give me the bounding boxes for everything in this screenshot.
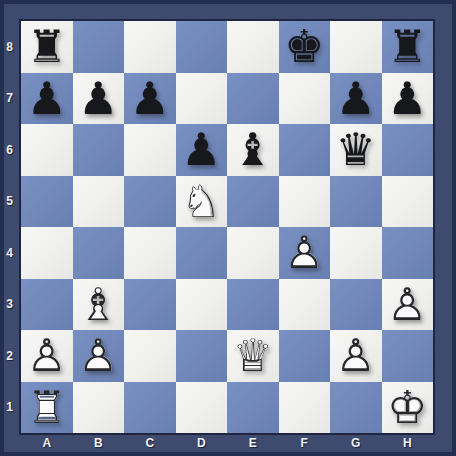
piece-white-bishop-b3[interactable]: ♝♗ xyxy=(73,279,125,331)
square-d8[interactable] xyxy=(176,21,228,73)
square-b5[interactable] xyxy=(73,176,125,228)
square-b8[interactable] xyxy=(73,21,125,73)
square-b1[interactable] xyxy=(73,382,125,434)
square-a2[interactable]: ♟♙ xyxy=(21,330,73,382)
piece-white-pawn-f4[interactable]: ♟♙ xyxy=(279,227,331,279)
rank-label-3: 3 xyxy=(0,279,19,331)
chess-board-frame: 8 7 6 5 4 3 2 1 ♜♚♜♟♟♟♟♟♟♝♛♞♘♟♙♝♗♟♙♟♙♟♙♛… xyxy=(0,0,456,456)
rank-labels: 8 7 6 5 4 3 2 1 xyxy=(0,21,19,433)
rank-label-2: 2 xyxy=(0,330,19,382)
piece-white-pawn-g2[interactable]: ♟♙ xyxy=(330,330,382,382)
square-e1[interactable] xyxy=(227,382,279,434)
square-e3[interactable] xyxy=(227,279,279,331)
piece-white-pawn-a2[interactable]: ♟♙ xyxy=(21,330,73,382)
square-h5[interactable] xyxy=(382,176,434,228)
square-b7[interactable]: ♟ xyxy=(73,73,125,125)
piece-black-pawn-g7[interactable]: ♟ xyxy=(330,73,382,125)
square-h1[interactable]: ♚♔ xyxy=(382,382,434,434)
square-g7[interactable]: ♟ xyxy=(330,73,382,125)
square-g3[interactable] xyxy=(330,279,382,331)
square-b3[interactable]: ♝♗ xyxy=(73,279,125,331)
square-a8[interactable]: ♜ xyxy=(21,21,73,73)
square-f2[interactable] xyxy=(279,330,331,382)
square-b6[interactable] xyxy=(73,124,125,176)
square-d3[interactable] xyxy=(176,279,228,331)
white-piece-outline: ♖ xyxy=(21,382,73,434)
white-piece-outline: ♗ xyxy=(73,279,125,331)
piece-black-pawn-h7[interactable]: ♟ xyxy=(382,73,434,125)
square-a5[interactable] xyxy=(21,176,73,228)
piece-black-rook-h8[interactable]: ♜ xyxy=(382,21,434,73)
white-piece-outline: ♙ xyxy=(73,330,125,382)
square-c7[interactable]: ♟ xyxy=(124,73,176,125)
white-piece-outline: ♙ xyxy=(330,330,382,382)
piece-white-queen-e2[interactable]: ♛♕ xyxy=(227,330,279,382)
square-f4[interactable]: ♟♙ xyxy=(279,227,331,279)
square-h3[interactable]: ♟♙ xyxy=(382,279,434,331)
file-label-f: F xyxy=(279,433,331,453)
file-label-b: B xyxy=(73,433,125,453)
piece-white-knight-d5[interactable]: ♞♘ xyxy=(176,176,228,228)
square-g1[interactable] xyxy=(330,382,382,434)
square-c1[interactable] xyxy=(124,382,176,434)
square-f8[interactable]: ♚ xyxy=(279,21,331,73)
square-a3[interactable] xyxy=(21,279,73,331)
square-c5[interactable] xyxy=(124,176,176,228)
square-c4[interactable] xyxy=(124,227,176,279)
square-h7[interactable]: ♟ xyxy=(382,73,434,125)
square-f5[interactable] xyxy=(279,176,331,228)
square-f1[interactable] xyxy=(279,382,331,434)
square-g2[interactable]: ♟♙ xyxy=(330,330,382,382)
square-e7[interactable] xyxy=(227,73,279,125)
square-b2[interactable]: ♟♙ xyxy=(73,330,125,382)
file-labels: A B C D E F G H xyxy=(21,433,433,453)
square-d7[interactable] xyxy=(176,73,228,125)
square-f7[interactable] xyxy=(279,73,331,125)
square-g5[interactable] xyxy=(330,176,382,228)
square-d2[interactable] xyxy=(176,330,228,382)
rank-label-4: 4 xyxy=(0,227,19,279)
rank-label-1: 1 xyxy=(0,382,19,434)
square-h6[interactable] xyxy=(382,124,434,176)
rank-label-7: 7 xyxy=(0,73,19,125)
piece-white-king-h1[interactable]: ♚♔ xyxy=(382,382,434,434)
square-d5[interactable]: ♞♘ xyxy=(176,176,228,228)
piece-black-pawn-b7[interactable]: ♟ xyxy=(73,73,125,125)
piece-black-queen-g6[interactable]: ♛ xyxy=(330,124,382,176)
square-h4[interactable] xyxy=(382,227,434,279)
piece-black-pawn-c7[interactable]: ♟ xyxy=(124,73,176,125)
square-e6[interactable]: ♝ xyxy=(227,124,279,176)
square-h8[interactable]: ♜ xyxy=(382,21,434,73)
piece-white-pawn-b2[interactable]: ♟♙ xyxy=(73,330,125,382)
piece-black-pawn-a7[interactable]: ♟ xyxy=(21,73,73,125)
file-label-g: G xyxy=(330,433,382,453)
square-h2[interactable] xyxy=(382,330,434,382)
square-g4[interactable] xyxy=(330,227,382,279)
square-e8[interactable] xyxy=(227,21,279,73)
square-c8[interactable] xyxy=(124,21,176,73)
square-a6[interactable] xyxy=(21,124,73,176)
piece-black-bishop-e6[interactable]: ♝ xyxy=(227,124,279,176)
square-c6[interactable] xyxy=(124,124,176,176)
file-label-a: A xyxy=(21,433,73,453)
square-f3[interactable] xyxy=(279,279,331,331)
white-piece-outline: ♘ xyxy=(176,176,228,228)
white-piece-outline: ♙ xyxy=(279,227,331,279)
square-f6[interactable] xyxy=(279,124,331,176)
white-piece-outline: ♕ xyxy=(227,330,279,382)
rank-label-5: 5 xyxy=(0,176,19,228)
square-d1[interactable] xyxy=(176,382,228,434)
piece-black-rook-a8[interactable]: ♜ xyxy=(21,21,73,73)
square-d6[interactable]: ♟ xyxy=(176,124,228,176)
square-b4[interactable] xyxy=(73,227,125,279)
board: ♜♚♜♟♟♟♟♟♟♝♛♞♘♟♙♝♗♟♙♟♙♟♙♛♕♟♙♜♖♚♔ xyxy=(19,19,435,435)
piece-white-pawn-h3[interactable]: ♟♙ xyxy=(382,279,434,331)
square-a7[interactable]: ♟ xyxy=(21,73,73,125)
square-c2[interactable] xyxy=(124,330,176,382)
square-g6[interactable]: ♛ xyxy=(330,124,382,176)
rank-label-8: 8 xyxy=(0,21,19,73)
square-e2[interactable]: ♛♕ xyxy=(227,330,279,382)
piece-white-rook-a1[interactable]: ♜♖ xyxy=(21,382,73,434)
piece-black-pawn-d6[interactable]: ♟ xyxy=(176,124,228,176)
square-g8[interactable] xyxy=(330,21,382,73)
file-label-h: H xyxy=(382,433,434,453)
square-c3[interactable] xyxy=(124,279,176,331)
white-piece-outline: ♙ xyxy=(382,279,434,331)
square-e5[interactable] xyxy=(227,176,279,228)
square-a4[interactable] xyxy=(21,227,73,279)
piece-black-king-f8[interactable]: ♚ xyxy=(279,21,331,73)
square-d4[interactable] xyxy=(176,227,228,279)
rank-label-6: 6 xyxy=(0,124,19,176)
file-label-c: C xyxy=(124,433,176,453)
square-e4[interactable] xyxy=(227,227,279,279)
white-piece-outline: ♔ xyxy=(382,382,434,434)
file-label-d: D xyxy=(176,433,228,453)
file-label-e: E xyxy=(227,433,279,453)
square-a1[interactable]: ♜♖ xyxy=(21,382,73,434)
white-piece-outline: ♙ xyxy=(21,330,73,382)
